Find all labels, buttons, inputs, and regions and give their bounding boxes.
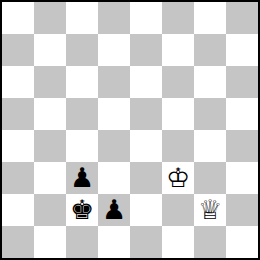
square-a4[interactable] bbox=[2, 130, 34, 162]
square-a5[interactable] bbox=[2, 98, 34, 130]
square-c2[interactable]: ♚ bbox=[66, 194, 98, 226]
square-c7[interactable] bbox=[66, 34, 98, 66]
square-h3[interactable] bbox=[226, 162, 258, 194]
square-h8[interactable] bbox=[226, 2, 258, 34]
square-b4[interactable] bbox=[34, 130, 66, 162]
square-e2[interactable] bbox=[130, 194, 162, 226]
square-a1[interactable] bbox=[2, 226, 34, 258]
square-c5[interactable] bbox=[66, 98, 98, 130]
square-e6[interactable] bbox=[130, 66, 162, 98]
square-f5[interactable] bbox=[162, 98, 194, 130]
white-queen: ♕ bbox=[198, 194, 222, 226]
square-d5[interactable] bbox=[98, 98, 130, 130]
square-f2[interactable] bbox=[162, 194, 194, 226]
square-h6[interactable] bbox=[226, 66, 258, 98]
black-king: ♚ bbox=[70, 194, 94, 226]
square-f1[interactable] bbox=[162, 226, 194, 258]
square-c6[interactable] bbox=[66, 66, 98, 98]
square-h5[interactable] bbox=[226, 98, 258, 130]
square-d4[interactable] bbox=[98, 130, 130, 162]
square-b1[interactable] bbox=[34, 226, 66, 258]
square-a2[interactable] bbox=[2, 194, 34, 226]
square-c4[interactable] bbox=[66, 130, 98, 162]
square-g4[interactable] bbox=[194, 130, 226, 162]
square-d2[interactable]: ♟ bbox=[98, 194, 130, 226]
square-b7[interactable] bbox=[34, 34, 66, 66]
square-c1[interactable] bbox=[66, 226, 98, 258]
square-f6[interactable] bbox=[162, 66, 194, 98]
square-g7[interactable] bbox=[194, 34, 226, 66]
square-h1[interactable] bbox=[226, 226, 258, 258]
square-e4[interactable] bbox=[130, 130, 162, 162]
square-f7[interactable] bbox=[162, 34, 194, 66]
square-b6[interactable] bbox=[34, 66, 66, 98]
square-h4[interactable] bbox=[226, 130, 258, 162]
square-d7[interactable] bbox=[98, 34, 130, 66]
square-h7[interactable] bbox=[226, 34, 258, 66]
square-g5[interactable] bbox=[194, 98, 226, 130]
square-a6[interactable] bbox=[2, 66, 34, 98]
square-d1[interactable] bbox=[98, 226, 130, 258]
square-g6[interactable] bbox=[194, 66, 226, 98]
square-b8[interactable] bbox=[34, 2, 66, 34]
square-g2[interactable]: ♕ bbox=[194, 194, 226, 226]
black-pawn: ♟ bbox=[70, 162, 94, 194]
square-e1[interactable] bbox=[130, 226, 162, 258]
square-e3[interactable] bbox=[130, 162, 162, 194]
square-d8[interactable] bbox=[98, 2, 130, 34]
square-c8[interactable] bbox=[66, 2, 98, 34]
square-g8[interactable] bbox=[194, 2, 226, 34]
square-a3[interactable] bbox=[2, 162, 34, 194]
chess-board: ♟♔♚♟♕ bbox=[0, 0, 260, 260]
square-a8[interactable] bbox=[2, 2, 34, 34]
white-king: ♔ bbox=[166, 162, 190, 194]
square-e5[interactable] bbox=[130, 98, 162, 130]
square-f3[interactable]: ♔ bbox=[162, 162, 194, 194]
square-a7[interactable] bbox=[2, 34, 34, 66]
black-pawn: ♟ bbox=[102, 194, 126, 226]
square-e8[interactable] bbox=[130, 2, 162, 34]
square-f8[interactable] bbox=[162, 2, 194, 34]
square-b3[interactable] bbox=[34, 162, 66, 194]
square-d6[interactable] bbox=[98, 66, 130, 98]
square-g1[interactable] bbox=[194, 226, 226, 258]
square-d3[interactable] bbox=[98, 162, 130, 194]
square-e7[interactable] bbox=[130, 34, 162, 66]
square-b2[interactable] bbox=[34, 194, 66, 226]
square-b5[interactable] bbox=[34, 98, 66, 130]
square-c3[interactable]: ♟ bbox=[66, 162, 98, 194]
square-h2[interactable] bbox=[226, 194, 258, 226]
square-f4[interactable] bbox=[162, 130, 194, 162]
square-g3[interactable] bbox=[194, 162, 226, 194]
